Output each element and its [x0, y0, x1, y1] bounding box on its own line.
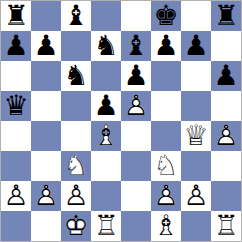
- square-b5[interactable]: [31, 91, 61, 121]
- square-f1[interactable]: ♝♗: [151, 211, 181, 241]
- piece-outline-layer: ♖: [211, 211, 241, 241]
- square-c1[interactable]: ♚♔: [61, 211, 91, 241]
- piece-black-pawn[interactable]: ♟: [151, 31, 181, 61]
- piece-glyph: ♞: [61, 61, 91, 91]
- piece-glyph: ♝: [121, 31, 151, 61]
- square-g2[interactable]: ♟♙: [181, 181, 211, 211]
- square-h3[interactable]: [211, 151, 241, 181]
- piece-outline-layer: ♙: [31, 181, 61, 211]
- square-c3[interactable]: ♞♘: [61, 151, 91, 181]
- square-a6[interactable]: [1, 61, 31, 91]
- piece-glyph: ♞: [91, 31, 121, 61]
- square-f5[interactable]: [151, 91, 181, 121]
- square-b1[interactable]: [31, 211, 61, 241]
- square-c6[interactable]: ♞: [61, 61, 91, 91]
- square-b7[interactable]: ♟: [31, 31, 61, 61]
- piece-white-rook[interactable]: ♜♖: [91, 211, 121, 241]
- square-c5[interactable]: [61, 91, 91, 121]
- square-e3[interactable]: [121, 151, 151, 181]
- piece-glyph: ♜: [1, 1, 31, 31]
- piece-black-rook[interactable]: ♜: [1, 1, 31, 31]
- square-g1[interactable]: [181, 211, 211, 241]
- square-e4[interactable]: [121, 121, 151, 151]
- piece-outline-layer: ♙: [1, 181, 31, 211]
- square-e1[interactable]: [121, 211, 151, 241]
- square-d8[interactable]: [91, 1, 121, 31]
- square-d7[interactable]: ♞: [91, 31, 121, 61]
- piece-outline-layer: ♘: [61, 151, 91, 181]
- square-h5[interactable]: [211, 91, 241, 121]
- square-f2[interactable]: ♟♙: [151, 181, 181, 211]
- piece-black-pawn[interactable]: ♟: [1, 31, 31, 61]
- piece-black-pawn[interactable]: ♟: [91, 91, 121, 121]
- piece-glyph: ♟: [151, 31, 181, 61]
- square-g7[interactable]: ♟: [181, 31, 211, 61]
- square-e7[interactable]: ♝: [121, 31, 151, 61]
- piece-glyph: ♛: [1, 91, 31, 121]
- square-d2[interactable]: [91, 181, 121, 211]
- square-c4[interactable]: [61, 121, 91, 151]
- square-d4[interactable]: ♝♗: [91, 121, 121, 151]
- piece-black-rook[interactable]: ♜: [211, 1, 241, 31]
- piece-outline-layer: ♘: [151, 151, 181, 181]
- square-b4[interactable]: [31, 121, 61, 151]
- piece-glyph: ♝: [61, 1, 91, 31]
- square-h6[interactable]: ♟: [211, 61, 241, 91]
- piece-outline-layer: ♔: [61, 211, 91, 241]
- square-h8[interactable]: ♜: [211, 1, 241, 31]
- square-a5[interactable]: ♛: [1, 91, 31, 121]
- square-h2[interactable]: [211, 181, 241, 211]
- piece-glyph: ♟: [91, 91, 121, 121]
- square-a4[interactable]: [1, 121, 31, 151]
- square-d1[interactable]: ♜♖: [91, 211, 121, 241]
- piece-outline-layer: ♖: [91, 211, 121, 241]
- piece-outline-layer: ♕: [181, 121, 211, 151]
- piece-glyph: ♚: [151, 1, 181, 31]
- piece-white-bishop[interactable]: ♝♗: [151, 211, 181, 241]
- square-c2[interactable]: ♟♙: [61, 181, 91, 211]
- square-e8[interactable]: [121, 1, 151, 31]
- square-a2[interactable]: ♟♙: [1, 181, 31, 211]
- chess-board: ♜♝♚♜♟♟♞♝♟♟♞♟♟♛♟♟♙♝♗♛♕♟♙♞♘♞♘♟♙♟♙♟♙♟♙♟♙♚♔♜…: [0, 0, 242, 242]
- piece-white-pawn[interactable]: ♟♙: [31, 181, 61, 211]
- square-h1[interactable]: ♜♖: [211, 211, 241, 241]
- piece-white-queen[interactable]: ♛♕: [181, 121, 211, 151]
- piece-black-king[interactable]: ♚: [151, 1, 181, 31]
- piece-black-bishop[interactable]: ♝: [61, 1, 91, 31]
- square-g3[interactable]: [181, 151, 211, 181]
- square-c7[interactable]: [61, 31, 91, 61]
- piece-outline-layer: ♙: [181, 181, 211, 211]
- square-b2[interactable]: ♟♙: [31, 181, 61, 211]
- square-b3[interactable]: [31, 151, 61, 181]
- piece-white-bishop[interactable]: ♝♗: [91, 121, 121, 151]
- square-g5[interactable]: [181, 91, 211, 121]
- square-g8[interactable]: [181, 1, 211, 31]
- piece-glyph: ♟: [1, 31, 31, 61]
- piece-outline-layer: ♙: [151, 181, 181, 211]
- piece-white-pawn[interactable]: ♟♙: [181, 181, 211, 211]
- square-h7[interactable]: [211, 31, 241, 61]
- square-a7[interactable]: ♟: [1, 31, 31, 61]
- square-a1[interactable]: [1, 211, 31, 241]
- piece-white-king[interactable]: ♚♔: [61, 211, 91, 241]
- square-d6[interactable]: [91, 61, 121, 91]
- piece-black-pawn[interactable]: ♟: [211, 61, 241, 91]
- square-g4[interactable]: ♛♕: [181, 121, 211, 151]
- piece-glyph: ♟: [211, 61, 241, 91]
- piece-white-pawn[interactable]: ♟♙: [121, 91, 151, 121]
- piece-outline-layer: ♗: [151, 211, 181, 241]
- piece-glyph: ♟: [31, 31, 61, 61]
- piece-glyph: ♜: [211, 1, 241, 31]
- piece-outline-layer: ♙: [211, 121, 241, 151]
- piece-white-pawn[interactable]: ♟♙: [61, 181, 91, 211]
- piece-black-queen[interactable]: ♛: [1, 91, 31, 121]
- piece-outline-layer: ♗: [91, 121, 121, 151]
- piece-outline-layer: ♙: [61, 181, 91, 211]
- square-e6[interactable]: ♟: [121, 61, 151, 91]
- square-h4[interactable]: ♟♙: [211, 121, 241, 151]
- piece-white-pawn[interactable]: ♟♙: [1, 181, 31, 211]
- square-b6[interactable]: [31, 61, 61, 91]
- piece-glyph: ♟: [181, 31, 211, 61]
- piece-black-knight[interactable]: ♞: [61, 61, 91, 91]
- piece-white-pawn[interactable]: ♟♙: [151, 181, 181, 211]
- square-a3[interactable]: [1, 151, 31, 181]
- square-b8[interactable]: [31, 1, 61, 31]
- square-d3[interactable]: [91, 151, 121, 181]
- square-e2[interactable]: [121, 181, 151, 211]
- piece-white-rook[interactable]: ♜♖: [211, 211, 241, 241]
- piece-white-knight[interactable]: ♞♘: [61, 151, 91, 181]
- piece-black-bishop[interactable]: ♝: [121, 31, 151, 61]
- piece-black-pawn[interactable]: ♟: [181, 31, 211, 61]
- square-f4[interactable]: [151, 121, 181, 151]
- piece-black-knight[interactable]: ♞: [91, 31, 121, 61]
- piece-black-pawn[interactable]: ♟: [31, 31, 61, 61]
- square-a8[interactable]: ♜: [1, 1, 31, 31]
- square-f6[interactable]: [151, 61, 181, 91]
- square-c8[interactable]: ♝: [61, 1, 91, 31]
- piece-black-pawn[interactable]: ♟: [121, 61, 151, 91]
- piece-glyph: ♟: [121, 61, 151, 91]
- piece-white-knight[interactable]: ♞♘: [151, 151, 181, 181]
- square-f7[interactable]: ♟: [151, 31, 181, 61]
- square-f8[interactable]: ♚: [151, 1, 181, 31]
- square-e5[interactable]: ♟♙: [121, 91, 151, 121]
- square-f3[interactable]: ♞♘: [151, 151, 181, 181]
- square-d5[interactable]: ♟: [91, 91, 121, 121]
- piece-white-pawn[interactable]: ♟♙: [211, 121, 241, 151]
- piece-outline-layer: ♙: [121, 91, 151, 121]
- square-g6[interactable]: [181, 61, 211, 91]
